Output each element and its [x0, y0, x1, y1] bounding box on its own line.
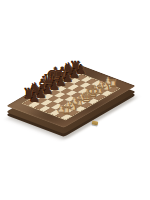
chess-set-product-photo[interactable]: ♜♞♝♛♚♝♞♜♟♟♟♟♟♟♟♟♟♟♟♟♟♟♟♟♜♞♝♛♚♝♞♜	[0, 0, 150, 200]
brass-clasp-icon	[92, 120, 99, 125]
